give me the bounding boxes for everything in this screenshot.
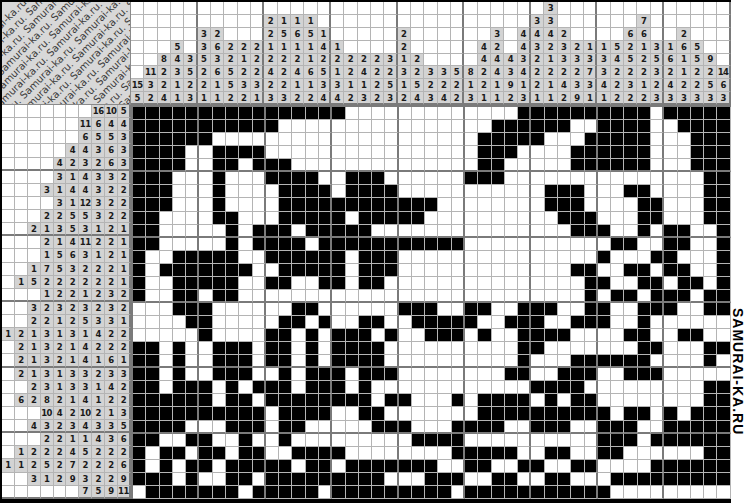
board-cell[interactable] (678, 290, 691, 303)
board-cell[interactable] (332, 473, 345, 486)
board-cell[interactable] (691, 381, 704, 394)
board-cell[interactable] (359, 107, 372, 120)
board-cell[interactable] (266, 133, 279, 146)
board-cell[interactable] (585, 212, 598, 225)
board-cell[interactable] (399, 486, 412, 499)
board-cell[interactable] (133, 185, 146, 198)
board-cell[interactable] (678, 251, 691, 264)
board-cell[interactable] (266, 185, 279, 198)
board-cell[interactable] (319, 225, 332, 238)
board-cell[interactable] (691, 120, 704, 133)
board-cell[interactable] (226, 381, 239, 394)
board-cell[interactable] (465, 120, 478, 133)
board-cell[interactable] (372, 342, 385, 355)
board-cell[interactable] (571, 159, 584, 172)
board-cell[interactable] (651, 355, 664, 368)
board-cell[interactable] (717, 198, 730, 211)
board-cell[interactable] (385, 381, 398, 394)
board-cell[interactable] (571, 212, 584, 225)
board-cell[interactable] (611, 303, 624, 316)
board-cell[interactable] (173, 290, 186, 303)
board-cell[interactable] (585, 146, 598, 159)
board-cell[interactable] (545, 473, 558, 486)
board-cell[interactable] (372, 264, 385, 277)
board-cell[interactable] (452, 421, 465, 434)
board-cell[interactable] (199, 198, 212, 211)
board-cell[interactable] (372, 290, 385, 303)
board-cell[interactable] (478, 277, 491, 290)
board-cell[interactable] (412, 225, 425, 238)
board-cell[interactable] (624, 394, 637, 407)
board-cell[interactable] (213, 342, 226, 355)
board-cell[interactable] (651, 303, 664, 316)
board-cell[interactable] (226, 473, 239, 486)
board-cell[interactable] (691, 146, 704, 159)
board-cell[interactable] (239, 225, 252, 238)
board-cell[interactable] (239, 277, 252, 290)
board-cell[interactable] (146, 434, 159, 447)
board-cell[interactable] (346, 251, 359, 264)
board-cell[interactable] (492, 277, 505, 290)
board-cell[interactable] (412, 394, 425, 407)
board-cell[interactable] (306, 277, 319, 290)
board-cell[interactable] (213, 251, 226, 264)
board-cell[interactable] (505, 473, 518, 486)
board-cell[interactable] (585, 486, 598, 499)
board-cell[interactable] (253, 146, 266, 159)
board-cell[interactable] (306, 303, 319, 316)
board-cell[interactable] (226, 120, 239, 133)
board-cell[interactable] (638, 277, 651, 290)
board-cell[interactable] (186, 447, 199, 460)
board-cell[interactable] (160, 159, 173, 172)
board-cell[interactable] (531, 447, 544, 460)
board-cell[interactable] (412, 473, 425, 486)
board-cell[interactable] (213, 355, 226, 368)
board-cell[interactable] (611, 368, 624, 381)
board-cell[interactable] (266, 447, 279, 460)
board-cell[interactable] (611, 434, 624, 447)
board-cell[interactable] (292, 225, 305, 238)
board-cell[interactable] (133, 107, 146, 120)
board-cell[interactable] (518, 394, 531, 407)
board-cell[interactable] (279, 368, 292, 381)
board-cell[interactable] (160, 407, 173, 420)
board-cell[interactable] (465, 290, 478, 303)
board-cell[interactable] (186, 120, 199, 133)
board-cell[interactable] (704, 107, 717, 120)
board-cell[interactable] (160, 107, 173, 120)
board-cell[interactable] (717, 290, 730, 303)
board-cell[interactable] (492, 381, 505, 394)
board-cell[interactable] (624, 172, 637, 185)
board-cell[interactable] (306, 212, 319, 225)
board-cell[interactable] (664, 303, 677, 316)
board-cell[interactable] (279, 107, 292, 120)
board-cell[interactable] (425, 394, 438, 407)
board-cell[interactable] (571, 381, 584, 394)
board-cell[interactable] (253, 277, 266, 290)
board-cell[interactable] (678, 133, 691, 146)
board-cell[interactable] (611, 486, 624, 499)
board-cell[interactable] (505, 447, 518, 460)
board-cell[interactable] (199, 303, 212, 316)
board-cell[interactable] (359, 394, 372, 407)
board-cell[interactable] (399, 368, 412, 381)
board-cell[interactable] (704, 198, 717, 211)
board-cell[interactable] (266, 251, 279, 264)
board-cell[interactable] (717, 407, 730, 420)
board-cell[interactable] (213, 290, 226, 303)
board-cell[interactable] (146, 198, 159, 211)
board-cell[interactable] (558, 185, 571, 198)
board-cell[interactable] (399, 473, 412, 486)
board-cell[interactable] (186, 434, 199, 447)
board-cell[interactable] (717, 107, 730, 120)
board-cell[interactable] (638, 381, 651, 394)
board-cell[interactable] (638, 303, 651, 316)
board-cell[interactable] (385, 486, 398, 499)
board-cell[interactable] (412, 238, 425, 251)
board-cell[interactable] (452, 107, 465, 120)
board-cell[interactable] (438, 277, 451, 290)
board-cell[interactable] (173, 303, 186, 316)
board-cell[interactable] (425, 172, 438, 185)
board-cell[interactable] (213, 107, 226, 120)
board-cell[interactable] (452, 394, 465, 407)
board-cell[interactable] (505, 316, 518, 329)
board-cell[interactable] (478, 212, 491, 225)
board-cell[interactable] (585, 329, 598, 342)
board-cell[interactable] (160, 264, 173, 277)
board-cell[interactable] (717, 120, 730, 133)
board-cell[interactable] (160, 251, 173, 264)
board-cell[interactable] (624, 316, 637, 329)
board-cell[interactable] (717, 159, 730, 172)
board-cell[interactable] (292, 394, 305, 407)
board-cell[interactable] (359, 460, 372, 473)
board-cell[interactable] (478, 421, 491, 434)
board-cell[interactable] (611, 329, 624, 342)
board-cell[interactable] (412, 107, 425, 120)
board-cell[interactable] (319, 473, 332, 486)
board-cell[interactable] (186, 251, 199, 264)
board-cell[interactable] (717, 225, 730, 238)
board-cell[interactable] (226, 225, 239, 238)
board-cell[interactable] (571, 120, 584, 133)
board-cell[interactable] (465, 277, 478, 290)
board-cell[interactable] (399, 381, 412, 394)
board-cell[interactable] (478, 251, 491, 264)
board-cell[interactable] (438, 107, 451, 120)
board-cell[interactable] (332, 329, 345, 342)
board-cell[interactable] (385, 316, 398, 329)
board-cell[interactable] (133, 342, 146, 355)
board-cell[interactable] (638, 473, 651, 486)
board-cell[interactable] (664, 290, 677, 303)
board-cell[interactable] (651, 290, 664, 303)
board-cell[interactable] (465, 447, 478, 460)
board-cell[interactable] (319, 460, 332, 473)
board-cell[interactable] (678, 355, 691, 368)
board-cell[interactable] (717, 355, 730, 368)
board-cell[interactable] (186, 303, 199, 316)
board-cell[interactable] (399, 342, 412, 355)
board-cell[interactable] (346, 421, 359, 434)
board-cell[interactable] (226, 264, 239, 277)
board-cell[interactable] (598, 329, 611, 342)
board-cell[interactable] (505, 120, 518, 133)
board-cell[interactable] (385, 238, 398, 251)
board-cell[interactable] (624, 407, 637, 420)
board-cell[interactable] (266, 355, 279, 368)
board-cell[interactable] (372, 368, 385, 381)
board-cell[interactable] (253, 447, 266, 460)
board-cell[interactable] (186, 133, 199, 146)
board-cell[interactable] (346, 146, 359, 159)
board-cell[interactable] (133, 172, 146, 185)
board-cell[interactable] (638, 329, 651, 342)
board-cell[interactable] (253, 185, 266, 198)
board-cell[interactable] (585, 198, 598, 211)
board-cell[interactable] (306, 251, 319, 264)
board-cell[interactable] (585, 225, 598, 238)
board-cell[interactable] (425, 225, 438, 238)
board-cell[interactable] (279, 198, 292, 211)
board-cell[interactable] (452, 316, 465, 329)
board-cell[interactable] (545, 460, 558, 473)
board-cell[interactable] (531, 277, 544, 290)
board-cell[interactable] (199, 264, 212, 277)
board-cell[interactable] (558, 159, 571, 172)
board-cell[interactable] (704, 225, 717, 238)
board-cell[interactable] (160, 329, 173, 342)
board-cell[interactable] (306, 264, 319, 277)
board-cell[interactable] (306, 473, 319, 486)
board-cell[interactable] (505, 381, 518, 394)
board-cell[interactable] (160, 277, 173, 290)
board-cell[interactable] (717, 368, 730, 381)
board-cell[interactable] (452, 198, 465, 211)
board-cell[interactable] (160, 303, 173, 316)
board-cell[interactable] (173, 421, 186, 434)
board-cell[interactable] (133, 486, 146, 499)
board-cell[interactable] (611, 381, 624, 394)
board-cell[interactable] (160, 225, 173, 238)
board-cell[interactable] (531, 159, 544, 172)
board-cell[interactable] (651, 146, 664, 159)
board-cell[interactable] (226, 368, 239, 381)
board-cell[interactable] (518, 159, 531, 172)
board-cell[interactable] (146, 355, 159, 368)
board-cell[interactable] (518, 251, 531, 264)
board-cell[interactable] (531, 473, 544, 486)
board-cell[interactable] (306, 185, 319, 198)
board-cell[interactable] (133, 447, 146, 460)
board-cell[interactable] (585, 447, 598, 460)
board-cell[interactable] (239, 342, 252, 355)
board-cell[interactable] (585, 421, 598, 434)
board-cell[interactable] (399, 225, 412, 238)
board-cell[interactable] (545, 290, 558, 303)
board-cell[interactable] (678, 198, 691, 211)
board-cell[interactable] (199, 447, 212, 460)
board-cell[interactable] (438, 120, 451, 133)
board-cell[interactable] (492, 303, 505, 316)
board-cell[interactable] (239, 159, 252, 172)
board-cell[interactable] (425, 185, 438, 198)
board-cell[interactable] (253, 133, 266, 146)
board-cell[interactable] (372, 172, 385, 185)
board-cell[interactable] (571, 185, 584, 198)
board-cell[interactable] (611, 407, 624, 420)
board-cell[interactable] (664, 368, 677, 381)
board-cell[interactable] (518, 460, 531, 473)
board-cell[interactable] (558, 238, 571, 251)
board-cell[interactable] (332, 447, 345, 460)
board-cell[interactable] (492, 198, 505, 211)
board-cell[interactable] (306, 290, 319, 303)
board-cell[interactable] (399, 447, 412, 460)
board-cell[interactable] (585, 355, 598, 368)
board-cell[interactable] (239, 120, 252, 133)
board-cell[interactable] (399, 460, 412, 473)
board-cell[interactable] (651, 342, 664, 355)
board-cell[interactable] (478, 303, 491, 316)
board-cell[interactable] (438, 264, 451, 277)
board-cell[interactable] (146, 421, 159, 434)
board-cell[interactable] (624, 212, 637, 225)
board-cell[interactable] (412, 407, 425, 420)
board-cell[interactable] (478, 264, 491, 277)
board-cell[interactable] (399, 212, 412, 225)
board-cell[interactable] (292, 107, 305, 120)
board-cell[interactable] (611, 264, 624, 277)
board-cell[interactable] (691, 368, 704, 381)
board-cell[interactable] (292, 407, 305, 420)
board-cell[interactable] (585, 290, 598, 303)
board-cell[interactable] (518, 486, 531, 499)
board-cell[interactable] (186, 486, 199, 499)
board-cell[interactable] (146, 486, 159, 499)
board-cell[interactable] (359, 368, 372, 381)
board-cell[interactable] (146, 342, 159, 355)
board-cell[interactable] (611, 447, 624, 460)
board-cell[interactable] (678, 185, 691, 198)
board-cell[interactable] (465, 198, 478, 211)
board-cell[interactable] (306, 329, 319, 342)
board-cell[interactable] (558, 460, 571, 473)
board-cell[interactable] (199, 381, 212, 394)
board-cell[interactable] (266, 381, 279, 394)
board-cell[interactable] (425, 146, 438, 159)
board-cell[interactable] (199, 368, 212, 381)
board-cell[interactable] (385, 251, 398, 264)
board-cell[interactable] (558, 251, 571, 264)
board-cell[interactable] (213, 238, 226, 251)
board-cell[interactable] (611, 107, 624, 120)
board-cell[interactable] (253, 407, 266, 420)
board-cell[interactable] (664, 107, 677, 120)
board-cell[interactable] (332, 277, 345, 290)
board-cell[interactable] (279, 159, 292, 172)
board-cell[interactable] (664, 329, 677, 342)
board-cell[interactable] (624, 434, 637, 447)
board-cell[interactable] (399, 146, 412, 159)
board-cell[interactable] (438, 421, 451, 434)
board-cell[interactable] (359, 251, 372, 264)
board-cell[interactable] (505, 238, 518, 251)
board-cell[interactable] (332, 407, 345, 420)
board-cell[interactable] (346, 185, 359, 198)
board-cell[interactable] (199, 212, 212, 225)
board-cell[interactable] (664, 447, 677, 460)
board-cell[interactable] (531, 225, 544, 238)
board-cell[interactable] (545, 381, 558, 394)
board-cell[interactable] (266, 198, 279, 211)
board-cell[interactable] (452, 290, 465, 303)
board-cell[interactable] (505, 172, 518, 185)
board-cell[interactable] (425, 277, 438, 290)
board-cell[interactable] (266, 434, 279, 447)
board-cell[interactable] (359, 198, 372, 211)
board-cell[interactable] (346, 460, 359, 473)
board-cell[interactable] (279, 447, 292, 460)
board-cell[interactable] (266, 120, 279, 133)
board-cell[interactable] (266, 238, 279, 251)
board-cell[interactable] (319, 329, 332, 342)
board-cell[interactable] (624, 198, 637, 211)
board-cell[interactable] (425, 342, 438, 355)
board-cell[interactable] (292, 447, 305, 460)
board-cell[interactable] (611, 238, 624, 251)
board-cell[interactable] (372, 107, 385, 120)
board-cell[interactable] (332, 185, 345, 198)
board-cell[interactable] (359, 381, 372, 394)
board-cell[interactable] (638, 447, 651, 460)
board-cell[interactable] (651, 394, 664, 407)
board-cell[interactable] (359, 172, 372, 185)
board-cell[interactable] (346, 381, 359, 394)
board-cell[interactable] (279, 434, 292, 447)
board-cell[interactable] (306, 381, 319, 394)
board-cell[interactable] (332, 290, 345, 303)
board-cell[interactable] (704, 368, 717, 381)
board-cell[interactable] (133, 316, 146, 329)
board-cell[interactable] (558, 146, 571, 159)
board-cell[interactable] (717, 212, 730, 225)
board-cell[interactable] (651, 447, 664, 460)
board-cell[interactable] (239, 355, 252, 368)
board-cell[interactable] (545, 159, 558, 172)
board-cell[interactable] (492, 159, 505, 172)
board-cell[interactable] (478, 381, 491, 394)
board-cell[interactable] (558, 486, 571, 499)
board-cell[interactable] (691, 394, 704, 407)
board-cell[interactable] (717, 434, 730, 447)
board-cell[interactable] (717, 185, 730, 198)
board-cell[interactable] (664, 133, 677, 146)
board-cell[interactable] (478, 159, 491, 172)
board-cell[interactable] (717, 447, 730, 460)
board-cell[interactable] (492, 447, 505, 460)
board-cell[interactable] (346, 342, 359, 355)
board-cell[interactable] (266, 159, 279, 172)
board-cell[interactable] (226, 290, 239, 303)
board-cell[interactable] (332, 303, 345, 316)
board-cell[interactable] (186, 329, 199, 342)
board-cell[interactable] (611, 290, 624, 303)
